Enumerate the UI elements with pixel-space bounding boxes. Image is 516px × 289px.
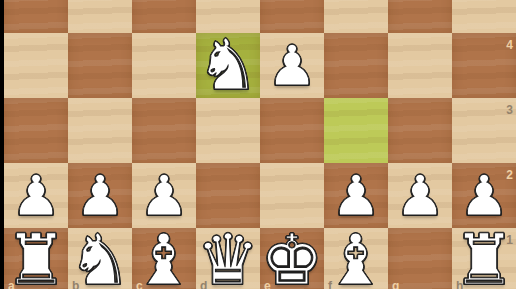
- square-f1[interactable]: ♝f: [324, 228, 388, 289]
- white-bishop[interactable]: ♝: [325, 228, 388, 289]
- square-f5[interactable]: [324, 0, 388, 33]
- chess-board: ♞♟43♟♟♟♟♟♟2♜a♞b♝c♛d♚e♝fg♜1h: [4, 0, 516, 289]
- square-a3[interactable]: [4, 98, 68, 163]
- square-f3[interactable]: [324, 98, 388, 163]
- square-f4[interactable]: [324, 33, 388, 98]
- square-a5[interactable]: [4, 0, 68, 33]
- file-label-h: h: [456, 280, 463, 289]
- square-e1[interactable]: ♚e: [260, 228, 324, 289]
- square-c3[interactable]: [132, 98, 196, 163]
- square-h1[interactable]: ♜1h: [452, 228, 516, 289]
- square-b1[interactable]: ♞b: [68, 228, 132, 289]
- square-e4[interactable]: ♟: [260, 33, 324, 98]
- white-pawn[interactable]: ♟: [267, 33, 317, 98]
- rank-label-2: 2: [506, 169, 513, 181]
- file-label-f: f: [328, 280, 332, 289]
- square-d4[interactable]: ♞: [196, 33, 260, 98]
- video-frame: ♞♟43♟♟♟♟♟♟2♜a♞b♝c♛d♚e♝fg♜1h: [0, 0, 516, 289]
- square-a1[interactable]: ♜a: [4, 228, 68, 289]
- square-h4[interactable]: 4: [452, 33, 516, 98]
- white-knight[interactable]: ♞: [197, 33, 260, 98]
- square-g1[interactable]: g: [388, 228, 452, 289]
- file-label-d: d: [200, 280, 207, 289]
- square-c4[interactable]: [132, 33, 196, 98]
- square-a4[interactable]: [4, 33, 68, 98]
- file-label-b: b: [72, 280, 79, 289]
- file-label-g: g: [392, 280, 399, 289]
- square-g5[interactable]: [388, 0, 452, 33]
- square-g2[interactable]: ♟: [388, 163, 452, 228]
- square-h5[interactable]: [452, 0, 516, 33]
- square-c1[interactable]: ♝c: [132, 228, 196, 289]
- square-e5[interactable]: [260, 0, 324, 33]
- rank-label-4: 4: [506, 39, 513, 51]
- square-h3[interactable]: 3: [452, 98, 516, 163]
- square-g3[interactable]: [388, 98, 452, 163]
- square-b3[interactable]: [68, 98, 132, 163]
- square-g4[interactable]: [388, 33, 452, 98]
- rank-label-1: 1: [506, 234, 513, 246]
- square-b5[interactable]: [68, 0, 132, 33]
- file-label-e: e: [264, 280, 271, 289]
- letterbox-left: [0, 0, 4, 289]
- square-e3[interactable]: [260, 98, 324, 163]
- file-label-a: a: [8, 280, 15, 289]
- square-b4[interactable]: [68, 33, 132, 98]
- square-d3[interactable]: [196, 98, 260, 163]
- square-c5[interactable]: [132, 0, 196, 33]
- white-pawn[interactable]: ♟: [395, 163, 445, 228]
- square-d1[interactable]: ♛d: [196, 228, 260, 289]
- rank-label-3: 3: [506, 104, 513, 116]
- file-label-c: c: [136, 280, 143, 289]
